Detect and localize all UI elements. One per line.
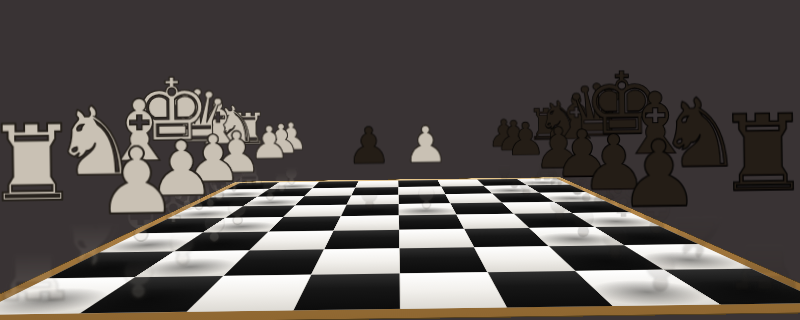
piece-reflection: ♜	[0, 205, 138, 311]
square-e5[interactable]	[399, 215, 464, 230]
square-f5[interactable]	[399, 229, 473, 248]
black-rook-h8[interactable]: ♜♜	[659, 101, 800, 301]
piece-glyph: ♜	[0, 111, 137, 217]
square-h5[interactable]	[400, 272, 506, 309]
square-d5[interactable]: ♟♟	[399, 203, 456, 215]
square-h4[interactable]	[294, 274, 400, 311]
chess-board[interactable]: ♜♜♟♟♟♟♜♜♞♞♟♟♟♟♞♞♝♝♟♟♟♟♝♝♛♛♟♟♟♟♛♛♚♚♟♟♟♟♚♚…	[0, 178, 800, 314]
wooden-board-frame: ♜♜♟♟♟♟♜♜♞♞♟♟♟♟♞♞♝♝♟♟♟♟♝♝♛♛♟♟♟♟♛♛♚♚♟♟♟♟♚♚…	[0, 177, 800, 320]
piece-glyph: ♜	[659, 101, 800, 207]
white-rook-h1[interactable]: ♜♜	[0, 111, 138, 311]
white-pawn-d5[interactable]: ♟♟	[369, 119, 483, 214]
square-h8[interactable]: ♜♜	[664, 269, 800, 305]
square-g5[interactable]	[399, 247, 487, 273]
square-g4[interactable]	[312, 248, 399, 274]
square-e4[interactable]	[334, 215, 399, 230]
square-h1[interactable]: ♜♜	[0, 277, 135, 315]
piece-reflection: ♟	[370, 164, 484, 215]
piece-glyph: ♟	[369, 119, 483, 170]
chess-scene: ♜♜♟♟♟♟♜♜♞♞♟♟♟♟♞♞♝♝♟♟♟♟♝♝♛♛♟♟♟♟♛♛♚♚♟♟♟♟♚♚…	[0, 0, 800, 320]
piece-reflection: ♜	[660, 195, 800, 301]
square-f4[interactable]	[324, 230, 398, 249]
